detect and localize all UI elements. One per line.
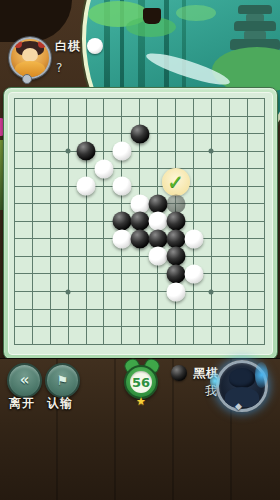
board-surface[interactable]: ✓ — [8, 92, 273, 355]
leave-button[interactable]: « — [7, 363, 42, 398]
stones-layer: ✓ — [9, 93, 272, 354]
clock-face: 56 — [130, 371, 152, 393]
opponent-panel: 白棋 ? — [0, 0, 280, 88]
stone-black — [130, 124, 149, 143]
flag-icon: ⚑ — [57, 374, 69, 387]
opponent-avatar[interactable] — [9, 37, 51, 79]
stone-black — [166, 229, 185, 248]
stone-white — [166, 282, 185, 301]
stone-white — [148, 212, 167, 231]
stone-black — [112, 212, 131, 231]
stone-white — [184, 265, 203, 284]
star-point — [209, 289, 214, 294]
gomoku-board[interactable]: ✓ — [3, 87, 278, 360]
move-timer: 56 ★ — [124, 360, 158, 404]
stone-black — [77, 142, 96, 161]
star-point — [66, 149, 71, 154]
avatar-ring-ornament — [22, 74, 32, 84]
white-stone-icon — [87, 38, 103, 54]
stone-white — [112, 142, 131, 161]
stone-black — [148, 194, 167, 213]
stone-white — [112, 229, 131, 248]
stone-black — [166, 212, 185, 231]
stone-white — [130, 194, 149, 213]
resign-label: 认输 — [40, 395, 80, 412]
stone-black — [148, 229, 167, 248]
avatar-hair-bun — [14, 40, 22, 48]
confirm-move-badge[interactable]: ✓ — [162, 168, 190, 196]
star-point — [209, 149, 214, 154]
timer-value: 56 — [132, 375, 150, 390]
avatar-hair — [229, 368, 255, 388]
avatar-face — [22, 48, 38, 62]
pending-stone-ghost — [166, 194, 185, 213]
check-icon: ✓ — [167, 172, 184, 192]
avatar-flame-effect — [210, 372, 220, 390]
star-icon: ★ — [136, 395, 146, 408]
back-icon: « — [20, 373, 30, 388]
stone-black — [130, 212, 149, 231]
stone-white — [184, 229, 203, 248]
avatar-flame-effect — [255, 362, 268, 388]
clock-body: 56 — [124, 365, 158, 399]
diamond-icon: ◆ — [235, 401, 242, 411]
opponent-name: 白棋 — [55, 38, 81, 55]
stone-white — [148, 247, 167, 266]
black-stone-icon — [171, 365, 187, 381]
stone-black — [166, 265, 185, 284]
star-point — [66, 289, 71, 294]
stone-white — [95, 159, 114, 178]
stone-white — [112, 177, 131, 196]
avatar-hair-bun — [38, 40, 46, 48]
leave-label: 离开 — [2, 395, 42, 412]
avatar-body — [225, 387, 259, 407]
stone-black — [130, 229, 149, 248]
stone-white — [77, 177, 96, 196]
opponent-status: ? — [56, 61, 62, 75]
stone-black — [166, 247, 185, 266]
resign-button[interactable]: ⚑ — [45, 363, 80, 398]
game-screen: 白棋 ? ✓ « 离开 ⚑ 认输 56 — [0, 0, 280, 500]
